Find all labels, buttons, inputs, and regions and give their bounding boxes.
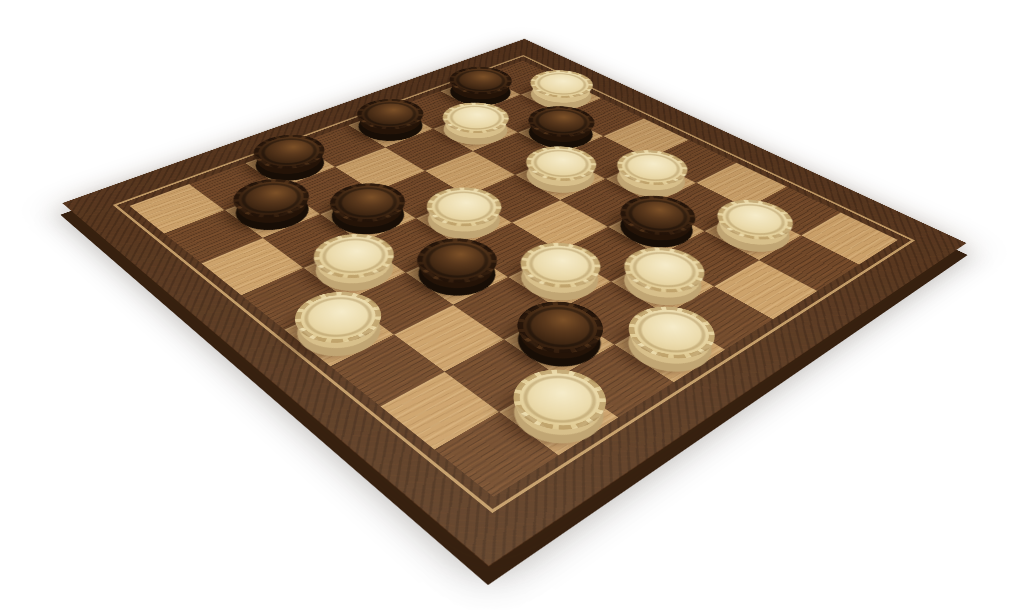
border-inlay-line [113,55,916,513]
board-perspective-container [0,0,1024,610]
scene [0,0,1024,610]
checkers-board [62,39,966,566]
